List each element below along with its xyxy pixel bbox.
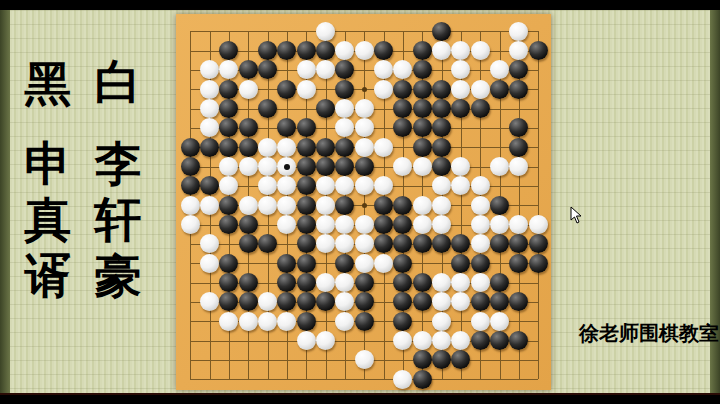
stone-white[interactable] [297,60,316,79]
mat-edge-left [0,10,10,394]
stone-white[interactable] [316,273,335,292]
black-player-name: 申真谞 [22,136,74,304]
stone-black[interactable] [258,41,277,60]
stone-black[interactable] [413,138,432,157]
stone-white[interactable] [374,80,393,99]
stone-white[interactable] [471,234,490,253]
stone-white[interactable] [277,157,296,176]
stone-black[interactable] [297,41,316,60]
stone-black[interactable] [181,157,200,176]
stone-black[interactable] [451,99,470,118]
stone-white[interactable] [471,80,490,99]
stone-black[interactable] [490,80,509,99]
stone-black[interactable] [297,157,316,176]
stone-black[interactable] [471,331,490,350]
stone-black[interactable] [451,234,470,253]
stone-white[interactable] [335,99,354,118]
stone-black[interactable] [432,118,451,137]
stone-black[interactable] [297,234,316,253]
stone-black[interactable] [219,99,238,118]
stone-white[interactable] [471,176,490,195]
stone-white[interactable] [355,41,374,60]
stone-black[interactable] [490,234,509,253]
stone-white[interactable] [258,292,277,311]
stone-black[interactable] [490,292,509,311]
stone-black[interactable] [219,254,238,273]
mouse-cursor-icon [570,206,582,224]
stone-black[interactable] [297,176,316,195]
stone-white[interactable] [509,41,528,60]
stone-black[interactable] [374,215,393,234]
stone-white[interactable] [316,215,335,234]
star-point [362,203,367,208]
grid-line-h [190,379,538,380]
stone-black[interactable] [413,41,432,60]
stone-black[interactable] [393,80,412,99]
stone-black[interactable] [393,254,412,273]
stone-black[interactable] [529,41,548,60]
stone-black[interactable] [335,60,354,79]
stone-black[interactable] [509,292,528,311]
stone-black[interactable] [258,99,277,118]
stone-black[interactable] [316,157,335,176]
stone-white[interactable] [335,312,354,331]
stone-black[interactable] [393,118,412,137]
stone-black[interactable] [297,273,316,292]
stone-white[interactable] [200,292,219,311]
stone-white[interactable] [432,196,451,215]
stone-black[interactable] [432,234,451,253]
stone-white[interactable] [432,331,451,350]
stone-black[interactable] [258,234,277,253]
stone-white[interactable] [335,176,354,195]
stone-white[interactable] [451,273,470,292]
stone-black[interactable] [277,80,296,99]
stone-white[interactable] [393,60,412,79]
stone-white[interactable] [200,234,219,253]
stone-white[interactable] [355,350,374,369]
stone-white[interactable] [490,60,509,79]
stone-black[interactable] [432,80,451,99]
stone-black[interactable] [490,273,509,292]
stone-white[interactable] [200,80,219,99]
stone-black[interactable] [529,234,548,253]
stone-black[interactable] [393,312,412,331]
stone-black[interactable] [355,312,374,331]
stone-white[interactable] [432,292,451,311]
stone-black[interactable] [297,138,316,157]
stone-white[interactable] [316,176,335,195]
stone-white[interactable] [355,254,374,273]
stone-black[interactable] [239,118,258,137]
stone-black[interactable] [239,138,258,157]
stone-black[interactable] [297,196,316,215]
stone-black[interactable] [471,254,490,273]
stone-white[interactable] [413,196,432,215]
stone-white[interactable] [355,118,374,137]
stone-black[interactable] [316,138,335,157]
stone-black[interactable] [335,138,354,157]
grid-line-v [538,31,539,379]
stone-white[interactable] [393,331,412,350]
stone-white[interactable] [277,138,296,157]
stone-black[interactable] [509,80,528,99]
stone-white[interactable] [432,176,451,195]
stone-black[interactable] [432,22,451,41]
stone-white[interactable] [258,138,277,157]
stone-white[interactable] [471,312,490,331]
stone-black[interactable] [277,118,296,137]
stone-white[interactable] [355,138,374,157]
stone-black[interactable] [432,157,451,176]
stone-black[interactable] [509,331,528,350]
stone-black[interactable] [374,234,393,253]
last-move-marker [284,164,290,170]
stone-white[interactable] [374,176,393,195]
stone-white[interactable] [200,99,219,118]
stone-white[interactable] [258,312,277,331]
stone-white[interactable] [239,196,258,215]
stone-black[interactable] [181,138,200,157]
stone-white[interactable] [451,176,470,195]
stone-white[interactable] [413,331,432,350]
stone-white[interactable] [297,331,316,350]
stone-black[interactable] [258,60,277,79]
stone-black[interactable] [413,118,432,137]
stone-white[interactable] [181,215,200,234]
stone-black[interactable] [509,138,528,157]
stone-black[interactable] [374,41,393,60]
stone-black[interactable] [219,138,238,157]
stone-white[interactable] [471,41,490,60]
white-player-name: 李轩豪 [92,136,144,304]
stone-black[interactable] [393,99,412,118]
stone-white[interactable] [277,215,296,234]
stone-black[interactable] [432,99,451,118]
stone-white[interactable] [316,234,335,253]
stone-white[interactable] [219,157,238,176]
stone-black[interactable] [413,273,432,292]
stone-black[interactable] [277,292,296,311]
stone-black[interactable] [393,292,412,311]
stone-black[interactable] [471,292,490,311]
stone-black[interactable] [490,331,509,350]
stone-black[interactable] [413,99,432,118]
stone-black[interactable] [219,118,238,137]
stone-white[interactable] [451,157,470,176]
stone-white[interactable] [413,215,432,234]
stone-white[interactable] [239,80,258,99]
stone-white[interactable] [529,215,548,234]
star-point [362,87,367,92]
white-side-label: 白 [92,54,144,110]
stone-black[interactable] [316,41,335,60]
stone-black[interactable] [413,292,432,311]
stone-black[interactable] [529,254,548,273]
stone-white[interactable] [335,273,354,292]
stone-black[interactable] [393,215,412,234]
stone-black[interactable] [413,80,432,99]
stone-black[interactable] [490,196,509,215]
stone-black[interactable] [219,273,238,292]
stone-white[interactable] [219,60,238,79]
stone-white[interactable] [355,234,374,253]
stone-white[interactable] [335,41,354,60]
stone-black[interactable] [219,80,238,99]
stone-white[interactable] [355,215,374,234]
stone-white[interactable] [219,176,238,195]
stone-black[interactable] [297,312,316,331]
watermark-text: 徐老师围棋教室 [579,320,719,347]
stone-white[interactable] [200,60,219,79]
stone-black[interactable] [239,273,258,292]
stone-white[interactable] [509,157,528,176]
stone-white[interactable] [297,80,316,99]
stone-white[interactable] [393,157,412,176]
stone-black[interactable] [451,254,470,273]
stone-white[interactable] [471,196,490,215]
stone-black[interactable] [509,254,528,273]
stone-black[interactable] [277,254,296,273]
stone-white[interactable] [432,215,451,234]
stone-black[interactable] [297,292,316,311]
stone-white[interactable] [471,215,490,234]
stone-white[interactable] [200,196,219,215]
stone-white[interactable] [316,196,335,215]
stone-white[interactable] [316,22,335,41]
stone-black[interactable] [432,138,451,157]
stone-white[interactable] [258,196,277,215]
stone-white[interactable] [490,157,509,176]
stone-white[interactable] [413,157,432,176]
stone-white[interactable] [490,312,509,331]
stone-white[interactable] [490,215,509,234]
stone-white[interactable] [277,176,296,195]
stone-black[interactable] [219,215,238,234]
stone-black[interactable] [509,234,528,253]
stone-black[interactable] [200,138,219,157]
stone-white[interactable] [181,196,200,215]
stone-white[interactable] [451,80,470,99]
stone-black[interactable] [335,254,354,273]
stone-white[interactable] [200,254,219,273]
stone-black[interactable] [374,196,393,215]
stone-white[interactable] [432,312,451,331]
go-board[interactable] [176,14,551,390]
stone-black[interactable] [200,176,219,195]
stone-white[interactable] [316,331,335,350]
stone-white[interactable] [277,196,296,215]
stone-black[interactable] [335,157,354,176]
stone-black[interactable] [335,196,354,215]
letterbox-bottom [0,393,720,404]
stone-black[interactable] [471,99,490,118]
stone-white[interactable] [451,41,470,60]
stone-white[interactable] [239,312,258,331]
stone-black[interactable] [451,350,470,369]
stone-black[interactable] [297,254,316,273]
stone-black[interactable] [316,292,335,311]
stone-white[interactable] [509,215,528,234]
stone-white[interactable] [451,292,470,311]
stone-black[interactable] [509,118,528,137]
stone-black[interactable] [239,215,258,234]
stone-white[interactable] [355,99,374,118]
black-side-label: 黑 [22,56,74,112]
stone-black[interactable] [355,273,374,292]
stone-white[interactable] [277,312,296,331]
stone-black[interactable] [239,60,258,79]
stone-white[interactable] [509,22,528,41]
stone-black[interactable] [355,157,374,176]
stone-black[interactable] [432,350,451,369]
stone-white[interactable] [393,370,412,389]
stone-white[interactable] [355,176,374,195]
stone-white[interactable] [432,41,451,60]
stone-black[interactable] [219,292,238,311]
stone-black[interactable] [393,196,412,215]
stone-black[interactable] [413,234,432,253]
stone-black[interactable] [277,273,296,292]
stone-black[interactable] [181,176,200,195]
stone-white[interactable] [374,138,393,157]
stone-black[interactable] [316,99,335,118]
stone-black[interactable] [509,60,528,79]
stone-white[interactable] [432,273,451,292]
stone-black[interactable] [219,196,238,215]
stone-black[interactable] [219,41,238,60]
stone-black[interactable] [335,80,354,99]
stone-white[interactable] [219,312,238,331]
stone-black[interactable] [297,215,316,234]
stone-white[interactable] [451,331,470,350]
stone-white[interactable] [374,254,393,273]
stone-black[interactable] [413,60,432,79]
stone-black[interactable] [239,292,258,311]
letterbox-top [0,0,720,10]
stone-white[interactable] [200,118,219,137]
stone-white[interactable] [335,292,354,311]
stone-white[interactable] [451,60,470,79]
stone-white[interactable] [316,60,335,79]
stone-white[interactable] [471,273,490,292]
stone-white[interactable] [258,176,277,195]
stone-white[interactable] [258,157,277,176]
stone-black[interactable] [413,350,432,369]
stone-white[interactable] [335,234,354,253]
stone-black[interactable] [393,234,412,253]
stone-black[interactable] [355,292,374,311]
stone-white[interactable] [335,215,354,234]
stone-black[interactable] [413,370,432,389]
stone-black[interactable] [277,41,296,60]
stone-white[interactable] [374,60,393,79]
stone-white[interactable] [335,118,354,137]
stone-black[interactable] [297,118,316,137]
stone-black[interactable] [393,273,412,292]
stone-white[interactable] [239,157,258,176]
stone-black[interactable] [239,234,258,253]
